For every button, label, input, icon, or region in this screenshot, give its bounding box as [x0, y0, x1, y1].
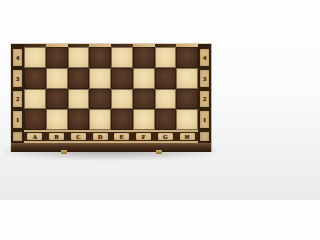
file-label-e: E: [114, 133, 129, 140]
product-photo-scene: 44332211ABCDEFGH: [0, 0, 220, 200]
square-b2: [46, 89, 68, 110]
square-d2: [89, 89, 111, 110]
file-cell-e: E: [111, 130, 133, 143]
rank-label-right-2: 2: [198, 89, 211, 110]
file-cell-b: B: [46, 130, 68, 143]
square-g1: [155, 109, 177, 130]
file-label-b: B: [49, 133, 64, 140]
square-a2: [24, 89, 46, 110]
rank-label-left-3: 3: [11, 68, 24, 89]
square-g3: [155, 68, 177, 89]
square-a1: [24, 109, 46, 130]
file-cell-d: D: [89, 130, 111, 143]
square-h2: [176, 89, 198, 110]
square-e3: [111, 68, 133, 89]
file-cell-c: C: [68, 130, 90, 143]
square-d3: [89, 68, 111, 89]
square-e2: [111, 89, 133, 110]
square-c3: [68, 68, 90, 89]
hinge-left: [61, 150, 67, 154]
file-label-c: C: [71, 133, 86, 140]
square-g2: [155, 89, 177, 110]
square-f3: [133, 68, 155, 89]
square-f1: [133, 109, 155, 130]
square-a3: [24, 68, 46, 89]
rank-label-right-3: 3: [198, 68, 211, 89]
square-b3: [46, 68, 68, 89]
file-label-f: F: [136, 133, 151, 140]
square-c2: [68, 89, 90, 110]
square-e4: [111, 47, 133, 68]
border-corner-left: [11, 130, 24, 143]
square-g4: [155, 47, 177, 68]
rank-label-right-1: 1: [198, 109, 211, 130]
chess-board: 44332211ABCDEFGH: [11, 47, 211, 143]
rank-label-left-1: 1: [11, 109, 24, 130]
folded-chess-box: 44332211ABCDEFGH: [10, 43, 212, 152]
rank-label-right-4: 4: [198, 47, 211, 68]
square-c1: [68, 109, 90, 130]
square-h4: [176, 47, 198, 68]
rank-label-left-4: 4: [11, 47, 24, 68]
square-a4: [24, 47, 46, 68]
square-h1: [176, 109, 198, 130]
square-b1: [46, 109, 68, 130]
hinge-right: [156, 150, 162, 154]
square-b4: [46, 47, 68, 68]
rank-label-left-2: 2: [11, 89, 24, 110]
file-label-d: D: [93, 133, 108, 140]
square-e1: [111, 109, 133, 130]
square-h3: [176, 68, 198, 89]
square-d4: [89, 47, 111, 68]
file-cell-a: A: [24, 130, 46, 143]
square-f4: [133, 47, 155, 68]
box-bottom-edge: [11, 143, 211, 152]
square-d1: [89, 109, 111, 130]
file-cell-g: G: [155, 130, 177, 143]
file-label-a: A: [27, 133, 42, 140]
file-label-g: G: [158, 133, 173, 140]
file-cell-f: F: [133, 130, 155, 143]
file-cell-h: H: [176, 130, 198, 143]
square-f2: [133, 89, 155, 110]
file-label-h: H: [180, 133, 195, 140]
square-c4: [68, 47, 90, 68]
border-corner-right: [198, 130, 211, 143]
